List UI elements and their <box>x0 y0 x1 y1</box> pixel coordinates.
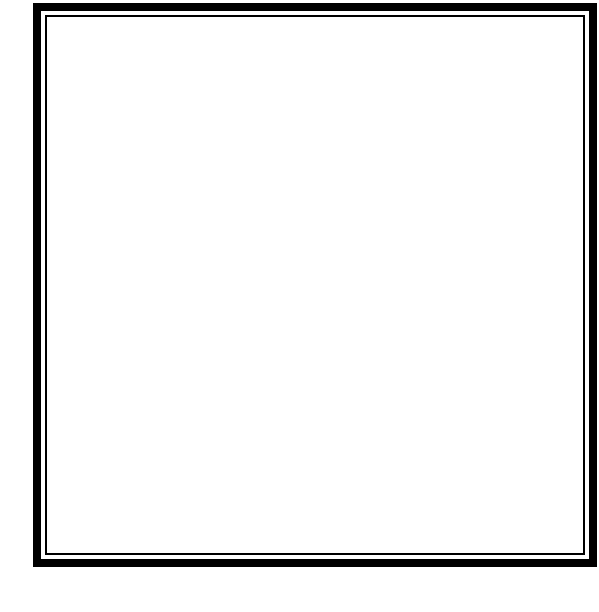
chess-board-inner <box>45 15 585 555</box>
chess-diagram <box>0 0 599 612</box>
board-grid <box>47 17 583 553</box>
chess-board <box>33 3 597 567</box>
